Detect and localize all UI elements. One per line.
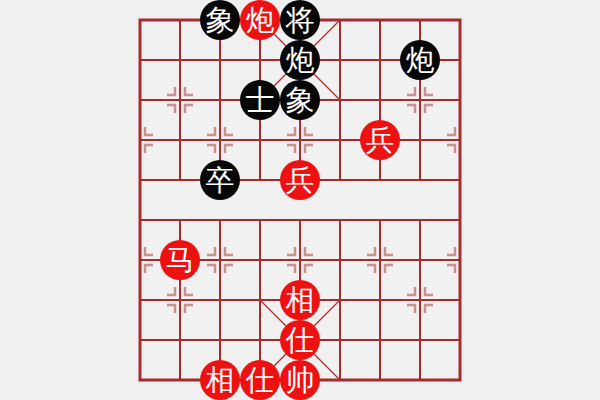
piece-black-advisor-1[interactable]: 士: [240, 80, 280, 120]
piece-black-elephant-1[interactable]: 象: [200, 0, 240, 40]
piece-black-elephant-2[interactable]: 象: [280, 80, 320, 120]
piece-red-general[interactable]: 帅: [280, 360, 320, 400]
piece-red-cannon-1[interactable]: 炮: [240, 0, 280, 40]
piece-red-soldier-2[interactable]: 兵: [280, 160, 320, 200]
xiangqi-board: 象炮将炮炮士象兵卒兵马相仕相仕帅: [0, 0, 600, 400]
piece-black-soldier-1[interactable]: 卒: [200, 160, 240, 200]
piece-red-advisor-2[interactable]: 仕: [240, 360, 280, 400]
piece-red-horse-1[interactable]: 马: [160, 240, 200, 280]
piece-red-elephant-1[interactable]: 相: [280, 280, 320, 320]
piece-red-advisor-1[interactable]: 仕: [280, 320, 320, 360]
board-pieces: 象炮将炮炮士象兵卒兵马相仕相仕帅: [120, 0, 480, 400]
piece-black-cannon-2[interactable]: 炮: [400, 40, 440, 80]
piece-red-elephant-2[interactable]: 相: [200, 360, 240, 400]
piece-black-cannon-1[interactable]: 炮: [280, 40, 320, 80]
piece-black-general[interactable]: 将: [280, 0, 320, 40]
piece-red-soldier-1[interactable]: 兵: [360, 120, 400, 160]
